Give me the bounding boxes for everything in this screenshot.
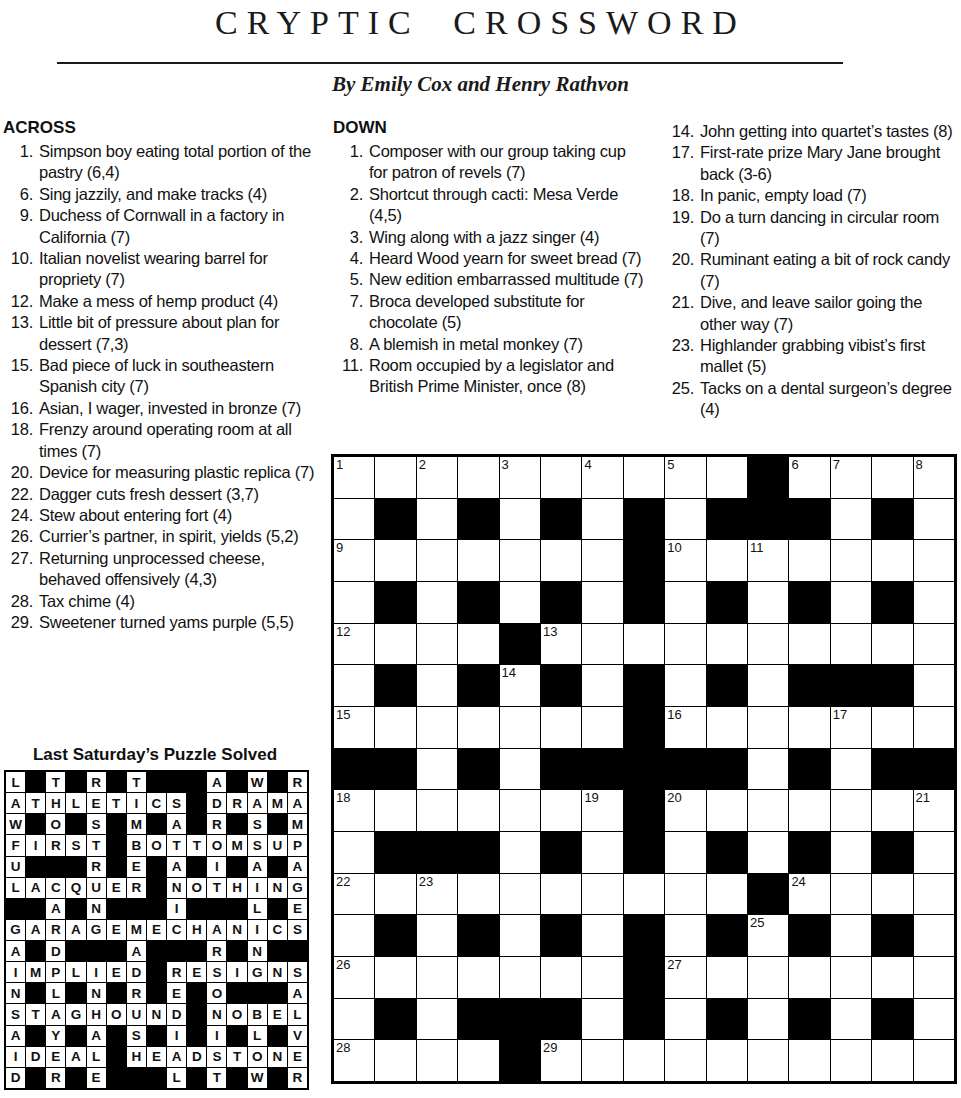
white-cell[interactable]: 27 bbox=[665, 957, 705, 998]
white-cell[interactable] bbox=[872, 1040, 912, 1081]
white-cell[interactable] bbox=[872, 624, 912, 665]
white-cell[interactable] bbox=[665, 499, 705, 540]
white-cell[interactable] bbox=[417, 582, 457, 623]
white-cell[interactable]: 7 bbox=[831, 457, 871, 498]
white-cell[interactable]: 14 bbox=[500, 665, 540, 706]
solution-letter: T bbox=[52, 775, 60, 790]
main-crossword-grid[interactable]: 1234567891011121314151617181920212223242… bbox=[331, 454, 957, 1084]
white-cell: G bbox=[66, 1004, 85, 1024]
black-cell bbox=[789, 665, 829, 706]
white-cell[interactable] bbox=[748, 1040, 788, 1081]
white-cell[interactable] bbox=[748, 790, 788, 831]
white-cell[interactable] bbox=[375, 874, 415, 915]
white-cell[interactable] bbox=[831, 957, 871, 998]
white-cell[interactable]: 1 bbox=[334, 457, 374, 498]
solution-letter: A bbox=[172, 859, 182, 874]
black-cell bbox=[187, 793, 206, 813]
black-cell bbox=[66, 1026, 85, 1046]
solution-letter: D bbox=[131, 965, 141, 980]
white-cell[interactable] bbox=[831, 1040, 871, 1081]
clue-number: 15. bbox=[3, 355, 39, 398]
white-cell[interactable] bbox=[500, 707, 540, 748]
white-cell[interactable] bbox=[541, 957, 581, 998]
solution-letter: L bbox=[52, 986, 60, 1001]
clue-text: New edition embarrassed multitude (7) bbox=[369, 269, 645, 290]
solution-letter: O bbox=[212, 838, 223, 853]
white-cell[interactable] bbox=[914, 499, 954, 540]
solution-letter: R bbox=[212, 944, 222, 959]
white-cell[interactable]: 20 bbox=[665, 790, 705, 831]
white-cell[interactable]: 17 bbox=[831, 707, 871, 748]
cell-number: 9 bbox=[336, 540, 343, 555]
solution-letter: E bbox=[172, 986, 181, 1001]
clue: 12.Make a mess of hemp product (4) bbox=[3, 291, 330, 312]
clue-text: Currier’s partner, in spirit, yields (5,… bbox=[39, 526, 330, 547]
clue-number: 25. bbox=[662, 378, 700, 421]
white-cell[interactable] bbox=[334, 499, 374, 540]
solution-letter: T bbox=[132, 775, 140, 790]
white-cell[interactable] bbox=[417, 749, 457, 790]
white-cell[interactable] bbox=[582, 540, 622, 581]
white-cell[interactable] bbox=[417, 707, 457, 748]
white-cell: I bbox=[167, 1026, 186, 1046]
white-cell[interactable] bbox=[665, 999, 705, 1040]
white-cell: D bbox=[26, 1047, 45, 1067]
white-cell: M bbox=[26, 962, 45, 982]
white-cell[interactable] bbox=[748, 999, 788, 1040]
clue-number: 24. bbox=[3, 505, 39, 526]
black-cell bbox=[458, 582, 498, 623]
white-cell[interactable] bbox=[375, 790, 415, 831]
white-cell[interactable] bbox=[500, 832, 540, 873]
white-cell[interactable] bbox=[582, 499, 622, 540]
clue-number: 17. bbox=[662, 142, 700, 185]
white-cell[interactable] bbox=[707, 624, 747, 665]
white-cell: D bbox=[167, 1004, 186, 1024]
white-cell: P bbox=[46, 962, 65, 982]
white-cell[interactable] bbox=[872, 957, 912, 998]
black-cell bbox=[66, 941, 85, 961]
solution-letter: T bbox=[112, 796, 120, 811]
solution-letter: A bbox=[293, 859, 303, 874]
solution-letter: A bbox=[31, 922, 41, 937]
solution-letter: I bbox=[175, 901, 179, 916]
white-cell: N bbox=[87, 899, 106, 919]
cell-number: 23 bbox=[419, 874, 433, 889]
clue: 14.John getting into quartet’s tastes (8… bbox=[662, 121, 960, 142]
solution-letter: N bbox=[172, 880, 182, 895]
solution-letter: L bbox=[11, 775, 19, 790]
white-cell: G bbox=[6, 920, 25, 940]
white-cell: Y bbox=[46, 1026, 65, 1046]
clue: 21.Dive, and leave sailor going the othe… bbox=[662, 292, 960, 335]
white-cell[interactable] bbox=[582, 999, 622, 1040]
clue-number: 2. bbox=[333, 184, 369, 227]
white-cell[interactable] bbox=[665, 832, 705, 873]
white-cell[interactable]: 11 bbox=[748, 540, 788, 581]
cell-number: 4 bbox=[584, 457, 591, 472]
solution-letter: D bbox=[11, 1070, 21, 1085]
white-cell[interactable] bbox=[500, 749, 540, 790]
clue-text: Heard Wood yearn for sweet bread (7) bbox=[369, 248, 645, 269]
solution-letter: M bbox=[131, 922, 142, 937]
solution-letter: W bbox=[9, 817, 22, 832]
white-cell[interactable] bbox=[582, 915, 622, 956]
white-cell[interactable] bbox=[748, 832, 788, 873]
clue-number: 10. bbox=[3, 248, 39, 291]
white-cell[interactable] bbox=[831, 999, 871, 1040]
white-cell: R bbox=[127, 878, 146, 898]
white-cell: S bbox=[87, 814, 106, 834]
white-cell: R bbox=[288, 1068, 307, 1088]
white-cell[interactable] bbox=[500, 790, 540, 831]
white-cell[interactable] bbox=[789, 624, 829, 665]
white-cell[interactable] bbox=[914, 624, 954, 665]
white-cell[interactable] bbox=[582, 707, 622, 748]
white-cell[interactable] bbox=[375, 707, 415, 748]
white-cell[interactable]: 22 bbox=[334, 874, 374, 915]
black-cell bbox=[789, 999, 829, 1040]
clue: 8.A blemish in metal monkey (7) bbox=[333, 334, 645, 355]
white-cell[interactable] bbox=[582, 832, 622, 873]
white-cell[interactable] bbox=[872, 874, 912, 915]
white-cell[interactable] bbox=[831, 624, 871, 665]
solution-letter: A bbox=[212, 775, 222, 790]
white-cell[interactable] bbox=[500, 499, 540, 540]
black-cell bbox=[831, 665, 871, 706]
white-cell[interactable] bbox=[375, 957, 415, 998]
white-cell[interactable] bbox=[914, 1040, 954, 1081]
white-cell: D bbox=[207, 793, 226, 813]
white-cell: T bbox=[26, 1004, 45, 1024]
white-cell: L bbox=[66, 793, 85, 813]
white-cell[interactable] bbox=[748, 665, 788, 706]
black-cell bbox=[227, 857, 246, 877]
white-cell[interactable] bbox=[665, 624, 705, 665]
black-cell bbox=[268, 814, 287, 834]
white-cell[interactable] bbox=[831, 749, 871, 790]
white-cell[interactable] bbox=[458, 957, 498, 998]
white-cell[interactable] bbox=[624, 624, 664, 665]
white-cell[interactable] bbox=[541, 790, 581, 831]
solution-letter: N bbox=[252, 944, 262, 959]
white-cell[interactable] bbox=[334, 999, 374, 1040]
white-cell[interactable] bbox=[375, 457, 415, 498]
black-cell bbox=[147, 1068, 166, 1088]
black-cell bbox=[624, 915, 664, 956]
white-cell[interactable] bbox=[707, 707, 747, 748]
black-cell bbox=[748, 499, 788, 540]
white-cell[interactable] bbox=[375, 1040, 415, 1081]
solution-letter: N bbox=[91, 986, 101, 1001]
white-cell[interactable]: 29 bbox=[541, 1040, 581, 1081]
solution-letter: S bbox=[293, 965, 302, 980]
white-cell[interactable] bbox=[789, 707, 829, 748]
white-cell[interactable] bbox=[914, 582, 954, 623]
white-cell[interactable] bbox=[914, 915, 954, 956]
solution-letter: R bbox=[91, 859, 101, 874]
clue: 6.Sing jazzily, and make tracks (4) bbox=[3, 184, 330, 205]
white-cell[interactable] bbox=[458, 624, 498, 665]
black-cell bbox=[207, 899, 226, 919]
white-cell[interactable] bbox=[748, 749, 788, 790]
white-cell[interactable]: 3 bbox=[500, 457, 540, 498]
white-cell[interactable] bbox=[748, 624, 788, 665]
white-cell[interactable] bbox=[500, 957, 540, 998]
solution-letter: G bbox=[91, 922, 102, 937]
white-cell[interactable] bbox=[458, 790, 498, 831]
white-cell[interactable]: 19 bbox=[582, 790, 622, 831]
black-cell bbox=[227, 772, 246, 792]
black-cell bbox=[789, 832, 829, 873]
solution-letter: A bbox=[11, 944, 21, 959]
white-cell[interactable]: 5 bbox=[665, 457, 705, 498]
white-cell[interactable] bbox=[665, 874, 705, 915]
white-cell[interactable] bbox=[500, 582, 540, 623]
clue-number: 18. bbox=[662, 185, 700, 206]
clue-text: A blemish in metal monkey (7) bbox=[369, 334, 645, 355]
white-cell[interactable] bbox=[458, 540, 498, 581]
white-cell: W bbox=[248, 1068, 267, 1088]
white-cell[interactable] bbox=[831, 582, 871, 623]
white-cell[interactable] bbox=[914, 540, 954, 581]
white-cell[interactable]: 24 bbox=[789, 874, 829, 915]
clue-number: 18. bbox=[3, 419, 39, 462]
white-cell[interactable] bbox=[624, 874, 664, 915]
white-cell[interactable] bbox=[914, 957, 954, 998]
white-cell: M bbox=[127, 920, 146, 940]
white-cell[interactable] bbox=[789, 540, 829, 581]
white-cell[interactable]: 18 bbox=[334, 790, 374, 831]
white-cell: E bbox=[87, 793, 106, 813]
white-cell[interactable] bbox=[582, 957, 622, 998]
down-clue-list-2: 14.John getting into quartet’s tastes (8… bbox=[662, 121, 960, 421]
white-cell[interactable] bbox=[914, 665, 954, 706]
cell-number: 26 bbox=[336, 957, 350, 972]
white-cell: M bbox=[127, 814, 146, 834]
white-cell: E bbox=[167, 983, 186, 1003]
white-cell[interactable] bbox=[417, 499, 457, 540]
black-cell bbox=[227, 983, 246, 1003]
white-cell[interactable] bbox=[582, 665, 622, 706]
solution-letter: E bbox=[192, 965, 201, 980]
white-cell[interactable]: 12 bbox=[334, 624, 374, 665]
black-cell bbox=[375, 915, 415, 956]
black-cell bbox=[789, 499, 829, 540]
white-cell[interactable] bbox=[334, 665, 374, 706]
white-cell[interactable] bbox=[707, 1040, 747, 1081]
white-cell[interactable] bbox=[831, 874, 871, 915]
clue: 18.In panic, empty load (7) bbox=[662, 185, 960, 206]
clue-text: Tacks on a dental surgeon’s degree (4) bbox=[700, 378, 960, 421]
white-cell[interactable]: 25 bbox=[748, 915, 788, 956]
white-cell[interactable] bbox=[831, 832, 871, 873]
solution-letter: N bbox=[272, 1049, 282, 1064]
white-cell[interactable]: 15 bbox=[334, 707, 374, 748]
white-cell[interactable]: 4 bbox=[582, 457, 622, 498]
white-cell[interactable] bbox=[914, 707, 954, 748]
solution-letter: L bbox=[11, 880, 19, 895]
white-cell[interactable] bbox=[872, 790, 912, 831]
white-cell[interactable] bbox=[665, 1040, 705, 1081]
clue-number: 1. bbox=[333, 141, 369, 184]
white-cell: I bbox=[207, 1026, 226, 1046]
white-cell[interactable] bbox=[417, 790, 457, 831]
white-cell[interactable] bbox=[334, 582, 374, 623]
cell-number: 7 bbox=[833, 457, 840, 472]
white-cell[interactable] bbox=[831, 790, 871, 831]
white-cell[interactable] bbox=[707, 540, 747, 581]
white-cell[interactable] bbox=[375, 624, 415, 665]
white-cell[interactable] bbox=[582, 874, 622, 915]
white-cell: O bbox=[227, 1004, 246, 1024]
white-cell: R bbox=[207, 941, 226, 961]
white-cell[interactable] bbox=[831, 499, 871, 540]
white-cell[interactable]: 16 bbox=[665, 707, 705, 748]
white-cell[interactable] bbox=[707, 790, 747, 831]
white-cell[interactable] bbox=[748, 707, 788, 748]
white-cell: A bbox=[66, 920, 85, 940]
solution-letter: U bbox=[131, 1007, 141, 1022]
page-title: CRYPTIC CROSSWORD bbox=[0, 4, 961, 42]
white-cell[interactable] bbox=[458, 707, 498, 748]
white-cell[interactable] bbox=[541, 457, 581, 498]
white-cell[interactable] bbox=[500, 540, 540, 581]
white-cell[interactable] bbox=[417, 624, 457, 665]
white-cell[interactable] bbox=[831, 540, 871, 581]
solution-letter: R bbox=[232, 796, 242, 811]
white-cell: D bbox=[127, 962, 146, 982]
solution-letter: I bbox=[94, 965, 98, 980]
white-cell: V bbox=[288, 1026, 307, 1046]
clue-text: In panic, empty load (7) bbox=[700, 185, 960, 206]
solution-letter: M bbox=[131, 817, 142, 832]
solution-letter: A bbox=[293, 796, 303, 811]
solution-letter: R bbox=[293, 1070, 303, 1085]
white-cell[interactable] bbox=[665, 582, 705, 623]
white-cell[interactable] bbox=[624, 457, 664, 498]
white-cell[interactable] bbox=[789, 957, 829, 998]
white-cell[interactable] bbox=[458, 1040, 498, 1081]
solution-letter: U bbox=[272, 838, 282, 853]
clue-text: Sweetener turned yams purple (5,5) bbox=[39, 612, 330, 633]
white-cell[interactable]: 6 bbox=[789, 457, 829, 498]
solution-letter: I bbox=[255, 922, 259, 937]
white-cell[interactable]: 13 bbox=[541, 624, 581, 665]
white-cell: A bbox=[248, 793, 267, 813]
white-cell[interactable] bbox=[748, 582, 788, 623]
solution-letter: A bbox=[71, 922, 81, 937]
white-cell[interactable] bbox=[831, 915, 871, 956]
white-cell: E bbox=[147, 920, 166, 940]
solution-letter: S bbox=[212, 965, 221, 980]
white-cell[interactable] bbox=[872, 707, 912, 748]
white-cell[interactable] bbox=[417, 915, 457, 956]
white-cell[interactable]: 9 bbox=[334, 540, 374, 581]
white-cell[interactable] bbox=[375, 540, 415, 581]
solution-letter: S bbox=[253, 817, 262, 832]
white-cell[interactable]: 21 bbox=[914, 790, 954, 831]
clue-text: Frenzy around operating room at all time… bbox=[39, 419, 330, 462]
white-cell[interactable] bbox=[582, 1040, 622, 1081]
white-cell: L bbox=[248, 1026, 267, 1046]
white-cell[interactable] bbox=[417, 1040, 457, 1081]
black-cell bbox=[541, 499, 581, 540]
white-cell[interactable] bbox=[500, 915, 540, 956]
white-cell[interactable]: 2 bbox=[417, 457, 457, 498]
clue: 26.Currier’s partner, in spirit, yields … bbox=[3, 526, 330, 547]
solution-letter: O bbox=[111, 1007, 122, 1022]
white-cell[interactable] bbox=[707, 957, 747, 998]
white-cell[interactable] bbox=[789, 1040, 829, 1081]
white-cell[interactable] bbox=[665, 665, 705, 706]
white-cell: L bbox=[87, 1047, 106, 1067]
white-cell[interactable]: 10 bbox=[665, 540, 705, 581]
white-cell[interactable] bbox=[417, 540, 457, 581]
clue: 4.Heard Wood yearn for sweet bread (7) bbox=[333, 248, 645, 269]
white-cell: N bbox=[248, 941, 267, 961]
solution-letter: A bbox=[51, 901, 61, 916]
white-cell: H bbox=[227, 878, 246, 898]
white-cell: A bbox=[6, 941, 25, 961]
white-cell[interactable] bbox=[914, 999, 954, 1040]
white-cell[interactable] bbox=[417, 957, 457, 998]
white-cell[interactable] bbox=[789, 790, 829, 831]
clue-number: 6. bbox=[3, 184, 39, 205]
white-cell[interactable] bbox=[914, 832, 954, 873]
white-cell[interactable] bbox=[334, 832, 374, 873]
white-cell[interactable] bbox=[541, 874, 581, 915]
solution-letter: N bbox=[91, 901, 101, 916]
solution-letter: N bbox=[212, 1007, 222, 1022]
white-cell[interactable] bbox=[541, 540, 581, 581]
white-cell[interactable] bbox=[624, 1040, 664, 1081]
white-cell[interactable] bbox=[748, 957, 788, 998]
solution-letter: E bbox=[112, 965, 121, 980]
solution-letter: D bbox=[172, 1007, 182, 1022]
white-cell[interactable] bbox=[665, 915, 705, 956]
clue-number: 27. bbox=[3, 548, 39, 591]
white-cell[interactable] bbox=[458, 457, 498, 498]
black-cell bbox=[66, 814, 85, 834]
white-cell[interactable]: 28 bbox=[334, 1040, 374, 1081]
white-cell: I bbox=[227, 962, 246, 982]
white-cell[interactable] bbox=[872, 540, 912, 581]
white-cell[interactable] bbox=[417, 665, 457, 706]
white-cell[interactable] bbox=[541, 707, 581, 748]
white-cell[interactable] bbox=[500, 874, 540, 915]
white-cell[interactable]: 26 bbox=[334, 957, 374, 998]
white-cell[interactable] bbox=[914, 874, 954, 915]
white-cell[interactable]: 8 bbox=[914, 457, 954, 498]
white-cell[interactable] bbox=[582, 624, 622, 665]
black-cell bbox=[417, 832, 457, 873]
black-cell bbox=[107, 899, 126, 919]
white-cell[interactable] bbox=[458, 874, 498, 915]
black-cell bbox=[872, 499, 912, 540]
down-clue-list-1: 1.Composer with our group taking cup for… bbox=[333, 141, 645, 398]
white-cell[interactable] bbox=[417, 999, 457, 1040]
white-cell[interactable]: 23 bbox=[417, 874, 457, 915]
solution-letter: D bbox=[51, 944, 61, 959]
white-cell[interactable] bbox=[707, 874, 747, 915]
white-cell[interactable] bbox=[872, 457, 912, 498]
white-cell: C bbox=[46, 878, 65, 898]
white-cell[interactable] bbox=[334, 915, 374, 956]
white-cell[interactable] bbox=[582, 582, 622, 623]
solution-letter: H bbox=[131, 1049, 141, 1064]
white-cell[interactable] bbox=[707, 457, 747, 498]
